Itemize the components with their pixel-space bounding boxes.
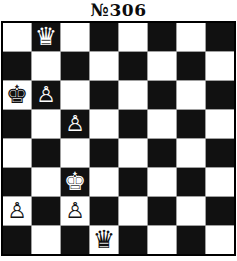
square-f5	[148, 110, 176, 138]
square-c6	[61, 81, 89, 109]
square-f7	[148, 52, 176, 80]
square-h4	[206, 139, 234, 167]
square-a2: ♙	[3, 197, 31, 225]
square-c3: ♚	[61, 168, 89, 196]
square-h2	[206, 197, 234, 225]
square-f2	[148, 197, 176, 225]
square-h7	[206, 52, 234, 80]
square-b1	[32, 226, 60, 254]
square-e3	[119, 168, 147, 196]
black-queen: ♛	[93, 226, 115, 254]
square-d6	[90, 81, 118, 109]
white-pawn: ♙	[65, 110, 85, 138]
square-f6	[148, 81, 176, 109]
square-c2: ♙	[61, 197, 89, 225]
square-b6: ♙	[32, 81, 60, 109]
square-e2	[119, 197, 147, 225]
square-f4	[148, 139, 176, 167]
square-a5	[3, 110, 31, 138]
square-b4	[32, 139, 60, 167]
square-e8	[119, 23, 147, 51]
square-e5	[119, 110, 147, 138]
square-a4	[3, 139, 31, 167]
square-g4	[177, 139, 205, 167]
square-e7	[119, 52, 147, 80]
square-a3	[3, 168, 31, 196]
square-c7	[61, 52, 89, 80]
square-a8	[3, 23, 31, 51]
square-e6	[119, 81, 147, 109]
square-a6: ♚	[3, 81, 31, 109]
square-b3	[32, 168, 60, 196]
white-queen: ♛	[35, 23, 57, 51]
square-g3	[177, 168, 205, 196]
square-b7	[32, 52, 60, 80]
square-g2	[177, 197, 205, 225]
square-g7	[177, 52, 205, 80]
square-e4	[119, 139, 147, 167]
chess-board: ♛♚♙♙♚♙♙♛	[1, 21, 236, 256]
square-g6	[177, 81, 205, 109]
square-h8	[206, 23, 234, 51]
square-f8	[148, 23, 176, 51]
black-king: ♚	[6, 81, 28, 109]
square-b5	[32, 110, 60, 138]
square-c4	[61, 139, 89, 167]
square-d7	[90, 52, 118, 80]
white-pawn: ♙	[36, 81, 56, 109]
square-d2	[90, 197, 118, 225]
square-h5	[206, 110, 234, 138]
square-f1	[148, 226, 176, 254]
square-b2	[32, 197, 60, 225]
square-g1	[177, 226, 205, 254]
square-g8	[177, 23, 205, 51]
square-c8	[61, 23, 89, 51]
white-king: ♚	[64, 168, 86, 196]
square-a1	[3, 226, 31, 254]
square-g5	[177, 110, 205, 138]
square-b8: ♛	[32, 23, 60, 51]
square-c5: ♙	[61, 110, 89, 138]
square-d8	[90, 23, 118, 51]
square-d4	[90, 139, 118, 167]
puzzle-diagram: №306 ♛♚♙♙♚♙♙♛	[0, 0, 237, 261]
square-h1	[206, 226, 234, 254]
square-d5	[90, 110, 118, 138]
square-e1	[119, 226, 147, 254]
square-c1	[61, 226, 89, 254]
puzzle-number: №306	[0, 0, 237, 21]
square-h3	[206, 168, 234, 196]
square-f3	[148, 168, 176, 196]
square-d3	[90, 168, 118, 196]
square-a7	[3, 52, 31, 80]
white-pawn: ♙	[65, 197, 85, 225]
white-pawn: ♙	[7, 197, 27, 225]
square-d1: ♛	[90, 226, 118, 254]
square-h6	[206, 81, 234, 109]
